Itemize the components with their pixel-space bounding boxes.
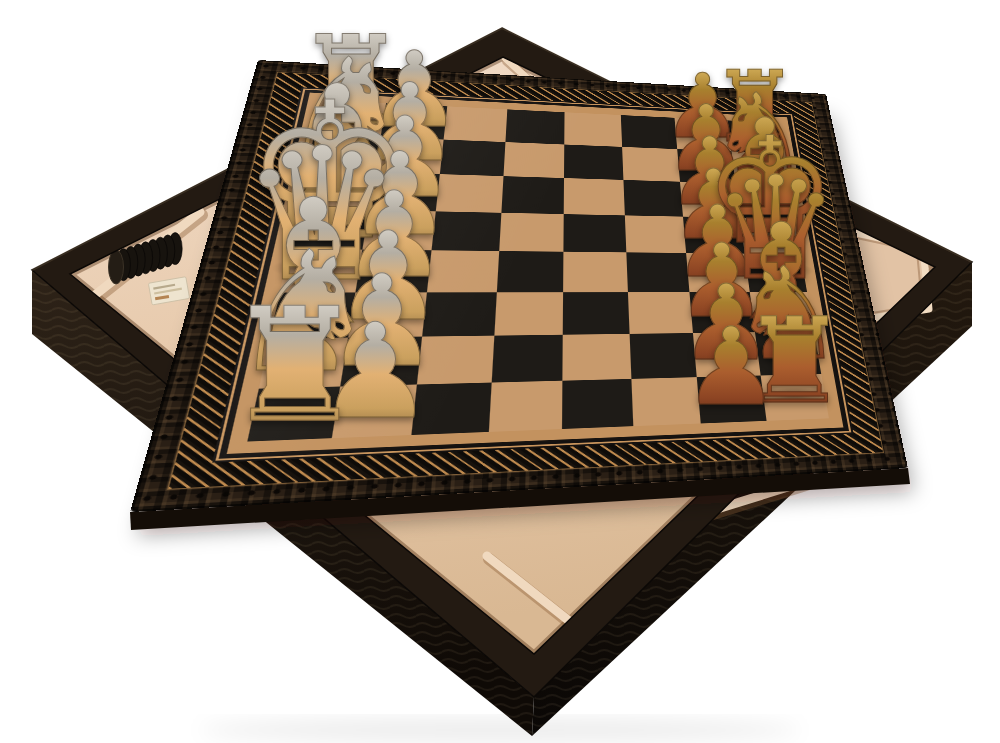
square-a3[interactable]: [411, 382, 491, 435]
square-b5[interactable]: [562, 334, 630, 380]
square-d6[interactable]: [626, 252, 690, 292]
square-f4[interactable]: [501, 176, 564, 214]
square-a1[interactable]: [247, 386, 339, 441]
square-d7[interactable]: [686, 253, 749, 292]
square-h4[interactable]: [505, 109, 565, 144]
square-d2[interactable]: [355, 250, 432, 293]
square-b3[interactable]: [417, 336, 494, 384]
square-f5[interactable]: [564, 178, 625, 215]
square-a2[interactable]: [331, 384, 417, 438]
square-g4[interactable]: [503, 142, 564, 178]
square-d3[interactable]: [427, 250, 499, 292]
square-b2[interactable]: [340, 337, 423, 387]
square-b6[interactable]: [629, 333, 697, 379]
square-b8[interactable]: [755, 331, 822, 375]
square-f8[interactable]: [735, 183, 794, 218]
square-h1[interactable]: [314, 100, 385, 137]
square-g2[interactable]: [374, 137, 443, 174]
square-e4[interactable]: [499, 212, 564, 251]
floor-shadow: [200, 719, 800, 741]
square-c4[interactable]: [494, 292, 563, 336]
square-c6[interactable]: [627, 292, 693, 334]
square-h8[interactable]: [727, 120, 783, 153]
square-a6[interactable]: [631, 377, 701, 426]
board-grid: [247, 100, 829, 441]
square-d4[interactable]: [496, 251, 563, 292]
square-a8[interactable]: [760, 374, 829, 421]
square-e7[interactable]: [683, 216, 744, 253]
square-b4[interactable]: [491, 335, 563, 382]
square-e5[interactable]: [563, 214, 625, 253]
square-h2[interactable]: [380, 103, 447, 139]
square-a7[interactable]: [697, 375, 766, 423]
square-c8[interactable]: [749, 292, 814, 333]
square-e2[interactable]: [362, 210, 436, 251]
square-c7[interactable]: [689, 292, 754, 333]
chess-board: [130, 60, 908, 512]
square-f2[interactable]: [368, 172, 440, 211]
square-a5[interactable]: [562, 379, 633, 429]
square-b1[interactable]: [259, 338, 348, 389]
square-e8[interactable]: [740, 218, 801, 255]
square-f7[interactable]: [680, 182, 740, 218]
square-c2[interactable]: [347, 292, 426, 337]
square-a4[interactable]: [488, 380, 562, 432]
square-g8[interactable]: [731, 151, 789, 185]
square-g5[interactable]: [564, 144, 623, 180]
square-b7[interactable]: [693, 332, 760, 377]
square-g3[interactable]: [440, 139, 505, 176]
square-e3[interactable]: [432, 211, 501, 251]
square-h6[interactable]: [620, 115, 677, 149]
square-e6[interactable]: [624, 215, 686, 253]
square-c1[interactable]: [270, 292, 355, 338]
square-f6[interactable]: [623, 180, 683, 216]
square-d5[interactable]: [563, 252, 627, 292]
square-g7[interactable]: [677, 149, 735, 184]
square-h7[interactable]: [675, 118, 731, 151]
square-d8[interactable]: [744, 254, 807, 292]
square-c5[interactable]: [563, 292, 629, 335]
scene: ♜♟♟♜♞♟♟♞♝♟♟♝♚♟♟♚♛♟♟♛♝♟♟♝♞♟♟♞♜♟♟♜: [0, 0, 1000, 743]
square-c3[interactable]: [422, 292, 496, 337]
square-e1[interactable]: [289, 208, 368, 249]
square-g1[interactable]: [307, 134, 381, 172]
square-h3[interactable]: [444, 106, 507, 141]
square-f3[interactable]: [436, 174, 503, 212]
square-f1[interactable]: [298, 170, 374, 210]
square-d1[interactable]: [280, 249, 362, 292]
square-h5[interactable]: [564, 112, 621, 146]
square-g6[interactable]: [622, 147, 680, 182]
